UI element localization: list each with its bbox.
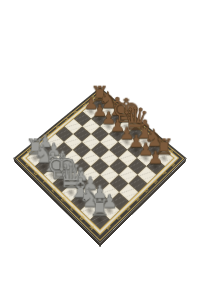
piece-black-pawn: ♟ xyxy=(131,149,180,166)
board-frame: ♜♞♝♚♛♝♞♜♟♟♟♟♟♟♟♟♟♟♟♟♟♟♟♟♜♞♝♚♛♝♞♜ HHGGFFE… xyxy=(14,87,187,243)
chess-board: ♜♞♝♚♛♝♞♜♟♟♟♟♟♟♟♟♟♟♟♟♟♟♟♟♜♞♝♚♛♝♞♜ HHGGFFE… xyxy=(14,87,187,243)
product-photo: ♜♞♝♚♛♝♞♜♟♟♟♟♟♟♟♟♟♟♟♟♟♟♟♟♜♞♝♚♛♝♞♜ HHGGFFE… xyxy=(0,0,200,300)
chess-board-grid: ♜♞♝♚♛♝♞♜♟♟♟♟♟♟♟♟♟♟♟♟♟♟♟♟♜♞♝♚♛♝♞♜ xyxy=(26,97,173,229)
piece-white-rook: ♜ xyxy=(74,196,127,220)
